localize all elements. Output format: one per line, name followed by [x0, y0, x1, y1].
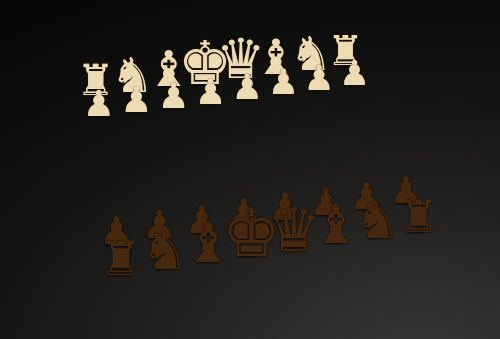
- piece-white-pawn-c7: ♟: [158, 78, 190, 114]
- square-b8: [112, 70, 152, 95]
- square-g3: [329, 159, 378, 189]
- rank-label-right-8: 8: [359, 43, 396, 66]
- square-c4: [166, 154, 211, 184]
- piece-shadow: [390, 196, 422, 210]
- piece-white-pawn-g7: ♟: [303, 61, 334, 96]
- piece-white-knight-g8: ♞: [290, 31, 332, 78]
- rank-label-left-4: 4: [49, 170, 85, 200]
- piece-shadow: [121, 104, 151, 117]
- file-label-far-d: D: [179, 45, 218, 65]
- rank-label-right-5: 5: [388, 104, 428, 130]
- piece-black-pawn-c2: ♟: [185, 200, 219, 238]
- square-b4: [126, 159, 171, 190]
- pieces-layer: ♜♞♝♚♛♝♞♜♟♟♟♟♟♟♟♟♟♟♟♟♟♟♟♟♜♞♝♚♛♝♞♜: [0, 0, 500, 339]
- piece-white-pawn-b7: ♟: [120, 82, 152, 118]
- chess-board: AABBCCDDEEFFGGHH1122334455667788: [40, 26, 492, 318]
- rank-label-left-7: 7: [43, 100, 76, 126]
- piece-black-bishop-c1: ♝: [184, 216, 233, 270]
- file-label-near-c: C: [189, 266, 239, 298]
- piece-white-pawn-h7: ♟: [339, 57, 370, 92]
- piece-black-pawn-b2: ♟: [142, 206, 176, 244]
- square-g2: [338, 184, 388, 216]
- board-lighting-overlay: [40, 26, 492, 318]
- piece-shadow: [340, 79, 369, 92]
- square-a6: [80, 117, 122, 145]
- piece-shadow: [83, 109, 114, 122]
- file-label-near-f: F: [318, 248, 369, 279]
- square-a2: [92, 217, 139, 252]
- square-b5: [122, 136, 165, 165]
- rank-label-left-1: 1: [55, 252, 94, 288]
- square-g8: [288, 50, 330, 74]
- square-a4: [86, 165, 130, 196]
- piece-shadow: [268, 212, 301, 227]
- photo-background: AABBCCDDEEFFGGHH1122334455667788 ♜♞♝♚♛♝♞…: [0, 0, 500, 339]
- piece-black-pawn-h2: ♟: [390, 173, 423, 210]
- square-c7: [152, 87, 194, 113]
- piece-black-king-d1: ♚: [222, 201, 281, 267]
- square-e6: [230, 99, 274, 126]
- piece-black-pawn-g2: ♟: [350, 178, 383, 215]
- square-g5: [311, 112, 357, 139]
- square-b7: [115, 91, 156, 117]
- square-h5: [348, 108, 395, 135]
- piece-shadow: [147, 259, 183, 275]
- file-label-far-b: B: [109, 52, 147, 72]
- square-e4: [243, 145, 289, 175]
- piece-black-bishop-f1: ♝: [312, 199, 360, 252]
- file-label-near-e: E: [275, 254, 326, 285]
- square-d6: [193, 104, 236, 131]
- file-label-far-a: A: [73, 56, 111, 76]
- rank-label-left-8: 8: [41, 79, 73, 104]
- piece-white-bishop-f8: ♝: [254, 33, 298, 82]
- square-h2: [378, 179, 429, 211]
- file-label-far-h: H: [315, 29, 355, 48]
- file-label-far-f: F: [247, 37, 287, 56]
- piece-black-pawn-f2: ♟: [309, 184, 342, 221]
- square-e5: [237, 121, 282, 149]
- square-f6: [267, 95, 311, 121]
- square-a7: [78, 95, 119, 121]
- file-label-near-h: H: [402, 236, 454, 266]
- square-d3: [211, 174, 258, 206]
- board-squares: [75, 47, 441, 282]
- square-e2: [258, 195, 307, 228]
- rank-label-right-4: 4: [398, 126, 440, 153]
- square-f7: [260, 74, 303, 99]
- piece-black-rook-a1: ♜: [100, 235, 142, 282]
- piece-shadow: [277, 241, 311, 256]
- square-g1: [348, 211, 400, 245]
- piece-shadow: [196, 96, 226, 109]
- piece-shadow: [297, 62, 325, 74]
- square-h7: [330, 66, 374, 91]
- square-h4: [357, 130, 405, 159]
- file-label-near-d: D: [232, 260, 282, 292]
- piece-black-pawn-d2: ♟: [227, 195, 261, 233]
- file-label-far-g: G: [281, 33, 321, 52]
- piece-shadow: [99, 235, 134, 250]
- file-label-far-c: C: [144, 48, 183, 68]
- piece-shadow: [262, 67, 291, 79]
- piece-shadow: [269, 87, 298, 100]
- square-e3: [251, 169, 299, 200]
- square-c3: [171, 179, 218, 211]
- piece-shadow: [350, 201, 383, 215]
- square-g7: [295, 70, 339, 95]
- square-e8: [218, 58, 260, 82]
- square-b6: [118, 113, 160, 141]
- piece-shadow: [227, 218, 261, 233]
- rank-label-left-3: 3: [51, 196, 88, 228]
- piece-shadow: [103, 265, 139, 281]
- piece-shadow: [305, 83, 334, 96]
- piece-shadow: [226, 71, 255, 84]
- piece-white-pawn-f7: ♟: [268, 65, 299, 100]
- piece-shadow: [81, 87, 111, 100]
- piece-shadow: [402, 223, 435, 238]
- square-h1: [389, 205, 442, 239]
- square-d2: [217, 200, 266, 233]
- piece-white-king-d8: ♚: [178, 32, 232, 92]
- piece-shadow: [191, 253, 226, 268]
- square-e7: [224, 78, 267, 103]
- rank-label-right-7: 7: [368, 62, 406, 86]
- file-label-near-a: A: [100, 279, 149, 312]
- piece-shadow: [185, 224, 219, 239]
- file-label-near-b: B: [144, 272, 193, 304]
- piece-white-pawn-e7: ♟: [231, 69, 263, 104]
- rank-label-right-3: 3: [409, 149, 452, 178]
- square-f1: [307, 216, 359, 250]
- piece-white-queen-e8: ♛: [216, 32, 266, 87]
- piece-white-knight-b8: ♞: [111, 51, 154, 99]
- square-g4: [320, 135, 367, 164]
- square-f8: [253, 54, 295, 78]
- square-d8: [183, 62, 224, 86]
- file-label-near-g: G: [360, 242, 412, 273]
- file-label-far-e: E: [213, 41, 252, 61]
- square-f3: [290, 164, 338, 195]
- square-d1: [224, 228, 274, 263]
- piece-shadow: [154, 79, 183, 92]
- square-c2: [176, 206, 224, 240]
- piece-shadow: [309, 207, 342, 221]
- rank-label-left-5: 5: [47, 146, 82, 175]
- square-h8: [322, 47, 365, 71]
- square-g6: [303, 91, 348, 117]
- square-c6: [156, 108, 199, 135]
- piece-shadow: [332, 58, 360, 70]
- square-h3: [367, 154, 416, 184]
- board-inner-border: [71, 44, 447, 286]
- square-h6: [339, 86, 384, 112]
- square-d4: [205, 150, 251, 180]
- square-b3: [130, 185, 176, 217]
- piece-black-knight-g1: ♞: [354, 195, 400, 246]
- piece-shadow: [190, 75, 219, 88]
- piece-black-queen-e1: ♛: [267, 199, 321, 260]
- piece-white-rook-a8: ♜: [77, 59, 115, 102]
- piece-black-pawn-a2: ♟: [99, 212, 134, 251]
- square-f2: [298, 189, 348, 222]
- rank-label-left-2: 2: [53, 223, 91, 257]
- rank-label-left-6: 6: [45, 122, 79, 149]
- square-a5: [83, 140, 126, 169]
- piece-black-rook-h1: ♜: [398, 194, 438, 239]
- square-c5: [161, 131, 205, 160]
- square-f4: [282, 140, 329, 169]
- rank-label-right-1: 1: [433, 200, 479, 232]
- piece-white-bishop-c8: ♝: [147, 45, 191, 94]
- piece-white-pawn-d7: ♟: [195, 73, 227, 108]
- square-d5: [199, 126, 244, 154]
- square-d7: [188, 83, 230, 109]
- square-c1: [182, 234, 232, 270]
- piece-shadow: [232, 91, 261, 104]
- piece-shadow: [319, 235, 353, 250]
- piece-white-rook-h8: ♜: [327, 31, 364, 72]
- square-e1: [266, 222, 317, 257]
- piece-black-knight-b1: ♞: [141, 224, 189, 277]
- square-b2: [134, 211, 181, 245]
- square-a1: [96, 245, 144, 282]
- piece-shadow: [159, 100, 189, 113]
- rank-label-right-2: 2: [421, 174, 465, 204]
- rank-label-right-6: 6: [378, 82, 417, 107]
- piece-shadow: [234, 247, 269, 262]
- square-f5: [274, 117, 320, 145]
- piece-shadow: [361, 229, 395, 244]
- piece-white-pawn-a7: ♟: [83, 86, 115, 122]
- piece-black-pawn-e2: ♟: [268, 189, 302, 227]
- piece-shadow: [118, 83, 148, 96]
- square-c8: [147, 66, 188, 91]
- square-a8: [75, 75, 115, 100]
- square-b1: [139, 239, 188, 275]
- piece-shadow: [142, 229, 177, 244]
- square-a3: [89, 190, 134, 223]
